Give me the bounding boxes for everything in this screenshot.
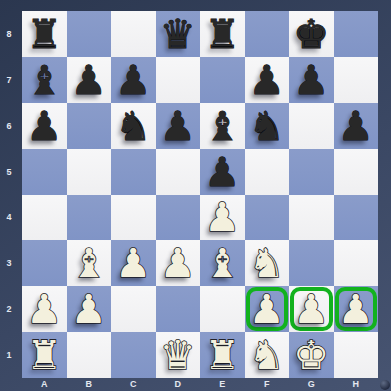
square-c6[interactable]: ♞ <box>111 103 156 149</box>
piece-black-rook-e8[interactable]: ♜ <box>200 11 245 57</box>
file-label-b: B <box>86 379 93 389</box>
rank-labels: 87654321 <box>0 11 18 378</box>
piece-white-knight-f1[interactable]: ♞ <box>245 332 290 378</box>
square-g5[interactable] <box>289 149 334 195</box>
piece-white-queen-d1[interactable]: ♛ <box>156 332 201 378</box>
rank-label-7: 7 <box>6 75 11 85</box>
rank-label-3: 3 <box>6 258 11 268</box>
square-c8[interactable] <box>111 11 156 57</box>
file-label-a: A <box>41 379 48 389</box>
square-b6[interactable] <box>67 103 112 149</box>
square-g2[interactable]: ♟ <box>289 286 334 332</box>
file-label-c: C <box>130 379 137 389</box>
square-f1[interactable]: ♞ <box>245 332 290 378</box>
square-a7[interactable]: ♝ <box>22 57 67 103</box>
square-b5[interactable] <box>67 149 112 195</box>
piece-white-pawn-a2[interactable]: ♟ <box>22 286 67 332</box>
square-a6[interactable]: ♟ <box>22 103 67 149</box>
piece-white-king-g1[interactable]: ♚ <box>289 332 334 378</box>
corner-logo-icon <box>380 380 390 390</box>
square-a1[interactable]: ♜ <box>22 332 67 378</box>
piece-black-queen-d8[interactable]: ♛ <box>156 11 201 57</box>
piece-white-pawn-d3[interactable]: ♟ <box>156 240 201 286</box>
square-f8[interactable] <box>245 11 290 57</box>
piece-white-pawn-g2[interactable]: ♟ <box>289 286 334 332</box>
square-e6[interactable]: ♝ <box>200 103 245 149</box>
square-c5[interactable] <box>111 149 156 195</box>
piece-white-knight-f3[interactable]: ♞ <box>245 240 290 286</box>
piece-white-pawn-h2[interactable]: ♟ <box>334 286 379 332</box>
square-a5[interactable] <box>22 149 67 195</box>
square-g3[interactable] <box>289 240 334 286</box>
square-a3[interactable] <box>22 240 67 286</box>
square-d4[interactable] <box>156 195 201 241</box>
square-g1[interactable]: ♚ <box>289 332 334 378</box>
square-b2[interactable]: ♟ <box>67 286 112 332</box>
piece-white-pawn-b2[interactable]: ♟ <box>67 286 112 332</box>
piece-white-rook-e1[interactable]: ♜ <box>200 332 245 378</box>
piece-white-pawn-e4[interactable]: ♟ <box>200 195 245 241</box>
rank-label-5: 5 <box>6 167 11 177</box>
square-e2[interactable] <box>200 286 245 332</box>
square-a4[interactable] <box>22 195 67 241</box>
square-b3[interactable]: ♝ <box>67 240 112 286</box>
square-h4[interactable] <box>334 195 379 241</box>
square-a8[interactable]: ♜ <box>22 11 67 57</box>
piece-black-pawn-e5[interactable]: ♟ <box>200 149 245 195</box>
square-g4[interactable] <box>289 195 334 241</box>
file-label-e: E <box>219 379 225 389</box>
chess-board: ♜♛♜♚♝♟♟♟♟♟♞♟♝♞♟♟♟♝♟♟♝♞♟♟♟♟♟♜♛♜♞♚ <box>22 11 378 378</box>
square-h8[interactable] <box>334 11 379 57</box>
piece-black-pawn-b7[interactable]: ♟ <box>67 57 112 103</box>
rank-label-8: 8 <box>6 29 11 39</box>
rank-label-1: 1 <box>6 350 11 360</box>
square-f7[interactable]: ♟ <box>245 57 290 103</box>
piece-black-knight-c6[interactable]: ♞ <box>111 103 156 149</box>
square-h5[interactable] <box>334 149 379 195</box>
square-c4[interactable] <box>111 195 156 241</box>
square-d5[interactable] <box>156 149 201 195</box>
square-b4[interactable] <box>67 195 112 241</box>
square-f5[interactable] <box>245 149 290 195</box>
piece-black-rook-a8[interactable]: ♜ <box>22 11 67 57</box>
square-e8[interactable]: ♜ <box>200 11 245 57</box>
piece-black-bishop-e6[interactable]: ♝ <box>200 103 245 149</box>
rank-label-4: 4 <box>6 212 11 222</box>
square-a2[interactable]: ♟ <box>22 286 67 332</box>
square-f3[interactable]: ♞ <box>245 240 290 286</box>
rank-label-6: 6 <box>6 121 11 131</box>
square-d2[interactable] <box>156 286 201 332</box>
square-h6[interactable]: ♟ <box>334 103 379 149</box>
piece-black-king-g8[interactable]: ♚ <box>289 11 334 57</box>
square-b8[interactable] <box>67 11 112 57</box>
square-e4[interactable]: ♟ <box>200 195 245 241</box>
file-label-h: H <box>353 379 360 389</box>
piece-white-rook-a1[interactable]: ♜ <box>22 332 67 378</box>
piece-white-pawn-f2[interactable]: ♟ <box>245 286 290 332</box>
file-labels: ABCDEFGH <box>22 377 378 391</box>
piece-white-bishop-e3[interactable]: ♝ <box>200 240 245 286</box>
piece-black-pawn-h6[interactable]: ♟ <box>334 103 379 149</box>
piece-black-bishop-a7[interactable]: ♝ <box>22 57 67 103</box>
piece-black-pawn-g7[interactable]: ♟ <box>289 57 334 103</box>
square-f2[interactable]: ♟ <box>245 286 290 332</box>
square-h3[interactable] <box>334 240 379 286</box>
square-f4[interactable] <box>245 195 290 241</box>
square-c1[interactable] <box>111 332 156 378</box>
square-b1[interactable] <box>67 332 112 378</box>
piece-black-knight-f6[interactable]: ♞ <box>245 103 290 149</box>
rank-label-2: 2 <box>6 304 11 314</box>
square-c7[interactable]: ♟ <box>111 57 156 103</box>
piece-white-bishop-b3[interactable]: ♝ <box>67 240 112 286</box>
square-d8[interactable]: ♛ <box>156 11 201 57</box>
square-e3[interactable]: ♝ <box>200 240 245 286</box>
square-c2[interactable] <box>111 286 156 332</box>
file-label-f: F <box>264 379 270 389</box>
piece-white-pawn-c3[interactable]: ♟ <box>111 240 156 286</box>
square-f6[interactable]: ♞ <box>245 103 290 149</box>
square-d3[interactable]: ♟ <box>156 240 201 286</box>
square-e7[interactable] <box>200 57 245 103</box>
square-c3[interactable]: ♟ <box>111 240 156 286</box>
file-label-d: D <box>175 379 182 389</box>
piece-black-pawn-c7[interactable]: ♟ <box>111 57 156 103</box>
piece-black-pawn-a6[interactable]: ♟ <box>22 103 67 149</box>
square-b7[interactable]: ♟ <box>67 57 112 103</box>
square-e5[interactable]: ♟ <box>200 149 245 195</box>
piece-black-pawn-f7[interactable]: ♟ <box>245 57 290 103</box>
square-d7[interactable] <box>156 57 201 103</box>
square-h2[interactable]: ♟ <box>334 286 379 332</box>
square-h1[interactable] <box>334 332 379 378</box>
square-g8[interactable]: ♚ <box>289 11 334 57</box>
piece-black-pawn-d6[interactable]: ♟ <box>156 103 201 149</box>
square-g7[interactable]: ♟ <box>289 57 334 103</box>
square-h7[interactable] <box>334 57 379 103</box>
square-g6[interactable] <box>289 103 334 149</box>
chess-board-frame: 87654321 ABCDEFGH ♜♛♜♚♝♟♟♟♟♟♞♟♝♞♟♟♟♝♟♟♝♞… <box>0 0 391 391</box>
file-label-g: G <box>308 379 315 389</box>
square-d6[interactable]: ♟ <box>156 103 201 149</box>
square-d1[interactable]: ♛ <box>156 332 201 378</box>
square-e1[interactable]: ♜ <box>200 332 245 378</box>
